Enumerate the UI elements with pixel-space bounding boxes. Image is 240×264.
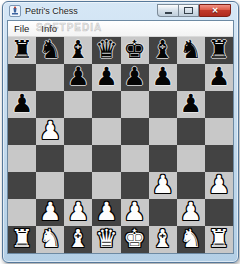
minimize-button[interactable] bbox=[157, 4, 178, 17]
square-a1[interactable]: ♜ bbox=[8, 226, 36, 253]
square-h2[interactable] bbox=[205, 199, 233, 226]
square-f4[interactable] bbox=[149, 145, 177, 172]
black-king-e8[interactable]: ♚ bbox=[123, 37, 145, 62]
app-icon bbox=[9, 5, 21, 17]
white-pawn-g2[interactable]: ♟ bbox=[180, 199, 202, 224]
square-e8[interactable]: ♚ bbox=[121, 37, 149, 64]
square-a7[interactable] bbox=[8, 64, 36, 91]
square-g6[interactable]: ♟ bbox=[177, 91, 205, 118]
black-queen-d8[interactable]: ♛ bbox=[95, 37, 117, 62]
chess-board: ♜♞♝♛♚♝♞♜♟♟♟♟♟♟♟♟♟♟♟♟♟♟♟♜♞♝♛♚♝♞♜ bbox=[8, 37, 233, 253]
white-queen-d1[interactable]: ♛ bbox=[95, 226, 117, 251]
square-g7[interactable] bbox=[177, 64, 205, 91]
square-b6[interactable] bbox=[36, 91, 64, 118]
black-pawn-a6[interactable]: ♟ bbox=[11, 91, 33, 116]
square-b1[interactable]: ♞ bbox=[36, 226, 64, 253]
maximize-button[interactable] bbox=[178, 4, 199, 17]
white-king-e1[interactable]: ♚ bbox=[123, 226, 145, 251]
square-h8[interactable]: ♜ bbox=[205, 37, 233, 64]
white-pawn-f3[interactable]: ♟ bbox=[151, 172, 173, 197]
square-d6[interactable] bbox=[92, 91, 120, 118]
white-knight-b1[interactable]: ♞ bbox=[39, 226, 61, 251]
menu-bar: File Info SOFTPEDIA bbox=[8, 21, 233, 37]
black-pawn-d7[interactable]: ♟ bbox=[95, 64, 117, 89]
window-title: Petri's Chess bbox=[25, 6, 78, 16]
square-h1[interactable]: ♜ bbox=[205, 226, 233, 253]
square-c6[interactable] bbox=[64, 91, 92, 118]
black-pawn-f7[interactable]: ♟ bbox=[151, 64, 173, 89]
square-c1[interactable]: ♝ bbox=[64, 226, 92, 253]
square-a8[interactable]: ♜ bbox=[8, 37, 36, 64]
square-e3[interactable] bbox=[121, 172, 149, 199]
client-area: File Info SOFTPEDIA ♜♞♝♛♚♝♞♜♟♟♟♟♟♟♟♟♟♟♟♟… bbox=[7, 20, 234, 254]
square-b2[interactable]: ♟ bbox=[36, 199, 64, 226]
white-pawn-b2[interactable]: ♟ bbox=[39, 199, 61, 224]
square-g1[interactable]: ♞ bbox=[177, 226, 205, 253]
black-rook-h8[interactable]: ♜ bbox=[208, 37, 230, 62]
square-f2[interactable] bbox=[149, 199, 177, 226]
white-pawn-h3[interactable]: ♟ bbox=[208, 172, 230, 197]
window-controls: ✕ bbox=[157, 4, 231, 17]
app-window: Petri's Chess ✕ File Info SOFTPEDIA ♜♞♝♛… bbox=[2, 1, 239, 263]
square-f5[interactable] bbox=[149, 118, 177, 145]
square-h7[interactable]: ♟ bbox=[205, 64, 233, 91]
square-g5[interactable] bbox=[177, 118, 205, 145]
square-c4[interactable] bbox=[64, 145, 92, 172]
black-bishop-c8[interactable]: ♝ bbox=[67, 37, 89, 62]
square-c5[interactable] bbox=[64, 118, 92, 145]
square-c8[interactable]: ♝ bbox=[64, 37, 92, 64]
square-g3[interactable] bbox=[177, 172, 205, 199]
white-pawn-e2[interactable]: ♟ bbox=[123, 199, 145, 224]
square-h4[interactable] bbox=[205, 145, 233, 172]
square-a2[interactable] bbox=[8, 199, 36, 226]
white-pawn-c2[interactable]: ♟ bbox=[67, 199, 89, 224]
square-d3[interactable] bbox=[92, 172, 120, 199]
square-g4[interactable] bbox=[177, 145, 205, 172]
square-d8[interactable]: ♛ bbox=[92, 37, 120, 64]
black-rook-a8[interactable]: ♜ bbox=[11, 37, 33, 62]
square-b8[interactable]: ♞ bbox=[36, 37, 64, 64]
square-d2[interactable]: ♟ bbox=[92, 199, 120, 226]
black-pawn-c7[interactable]: ♟ bbox=[67, 64, 89, 89]
menu-file[interactable]: File bbox=[8, 22, 35, 35]
square-g8[interactable]: ♞ bbox=[177, 37, 205, 64]
square-b5[interactable]: ♟ bbox=[36, 118, 64, 145]
white-bishop-c1[interactable]: ♝ bbox=[67, 226, 89, 251]
square-f1[interactable]: ♝ bbox=[149, 226, 177, 253]
square-f6[interactable] bbox=[149, 91, 177, 118]
square-e2[interactable]: ♟ bbox=[121, 199, 149, 226]
square-e7[interactable]: ♟ bbox=[121, 64, 149, 91]
white-pawn-d2[interactable]: ♟ bbox=[95, 199, 117, 224]
square-h3[interactable]: ♟ bbox=[205, 172, 233, 199]
square-e6[interactable] bbox=[121, 91, 149, 118]
square-e1[interactable]: ♚ bbox=[121, 226, 149, 253]
menu-info[interactable]: Info bbox=[35, 22, 63, 35]
square-b4[interactable] bbox=[36, 145, 64, 172]
square-b7[interactable] bbox=[36, 64, 64, 91]
square-d1[interactable]: ♛ bbox=[92, 226, 120, 253]
square-c2[interactable]: ♟ bbox=[64, 199, 92, 226]
square-e4[interactable] bbox=[121, 145, 149, 172]
square-d5[interactable] bbox=[92, 118, 120, 145]
close-button[interactable]: ✕ bbox=[199, 4, 231, 17]
black-pawn-g6[interactable]: ♟ bbox=[180, 91, 202, 116]
black-pawn-h7[interactable]: ♟ bbox=[208, 64, 230, 89]
black-knight-g8[interactable]: ♞ bbox=[180, 37, 202, 62]
square-a4[interactable] bbox=[8, 145, 36, 172]
square-a5[interactable] bbox=[8, 118, 36, 145]
square-c7[interactable]: ♟ bbox=[64, 64, 92, 91]
square-f3[interactable]: ♟ bbox=[149, 172, 177, 199]
square-c3[interactable] bbox=[64, 172, 92, 199]
square-a6[interactable]: ♟ bbox=[8, 91, 36, 118]
square-e5[interactable] bbox=[121, 118, 149, 145]
square-f8[interactable]: ♝ bbox=[149, 37, 177, 64]
square-a3[interactable] bbox=[8, 172, 36, 199]
white-knight-g1[interactable]: ♞ bbox=[180, 226, 202, 251]
maximize-icon bbox=[184, 7, 193, 14]
black-knight-b8[interactable]: ♞ bbox=[39, 37, 61, 62]
white-bishop-f1[interactable]: ♝ bbox=[151, 226, 173, 251]
square-f7[interactable]: ♟ bbox=[149, 64, 177, 91]
black-pawn-e7[interactable]: ♟ bbox=[123, 64, 145, 89]
white-rook-h1[interactable]: ♜ bbox=[208, 226, 230, 251]
square-h5[interactable] bbox=[205, 118, 233, 145]
white-pawn-b5[interactable]: ♟ bbox=[39, 118, 61, 143]
square-d4[interactable] bbox=[92, 145, 120, 172]
square-h6[interactable] bbox=[205, 91, 233, 118]
minimize-icon bbox=[165, 12, 172, 14]
square-d7[interactable]: ♟ bbox=[92, 64, 120, 91]
black-bishop-f8[interactable]: ♝ bbox=[151, 37, 173, 62]
square-b3[interactable] bbox=[36, 172, 64, 199]
close-icon: ✕ bbox=[212, 7, 219, 15]
white-rook-a1[interactable]: ♜ bbox=[11, 226, 33, 251]
square-g2[interactable]: ♟ bbox=[177, 199, 205, 226]
